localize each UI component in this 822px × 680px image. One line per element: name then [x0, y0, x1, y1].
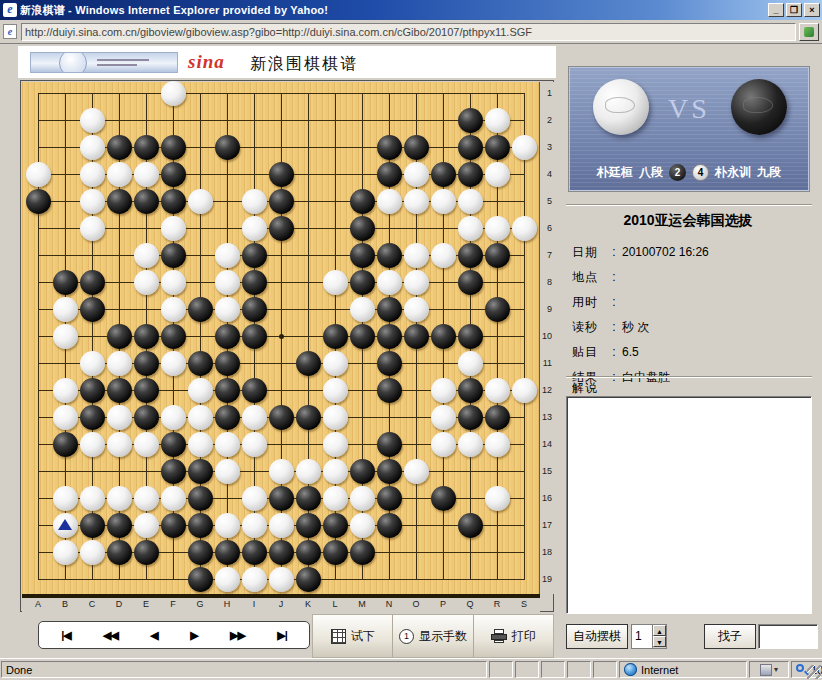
- black-stone-M18: [350, 540, 375, 565]
- white-stone-L12: [323, 378, 348, 403]
- nav-forward-button[interactable]: ▶: [190, 629, 197, 642]
- printer-icon: [491, 629, 507, 643]
- column-labels: ABCDEFGHIJKLMNOPQRS: [22, 598, 540, 612]
- sina-logo: sina: [188, 51, 225, 73]
- row-label-3: 3: [547, 142, 552, 152]
- right-player-name: 朴永训: [715, 164, 751, 181]
- info-value: 秒 次: [622, 315, 649, 340]
- commentary-label: 解说: [572, 380, 598, 397]
- status-cell: [489, 661, 513, 678]
- white-stone-F16: [161, 486, 186, 511]
- black-stone-E18: [134, 540, 159, 565]
- black-score-badge: 2: [669, 164, 686, 181]
- black-stone-R7: [485, 243, 510, 268]
- black-stone-O3: [404, 135, 429, 160]
- column-label-I: I: [253, 599, 256, 609]
- tool-button-strip: 试下 1 显示手数 打印: [312, 614, 554, 658]
- white-stone-R12: [485, 378, 510, 403]
- white-stone-M9: [350, 297, 375, 322]
- row-label-14: 14: [542, 439, 552, 449]
- black-stone-K13: [296, 405, 321, 430]
- row-label-19: 19: [542, 574, 552, 584]
- game-info-list: 日期:20100702 16:26地点:用时:读秒:秒 次贴目:6.5结果:白中…: [572, 240, 812, 390]
- go-button[interactable]: [799, 23, 819, 41]
- game-title: 2010亚运会韩国选拔: [562, 212, 814, 230]
- black-stone-G17: [188, 513, 213, 538]
- black-stone-N16: [377, 486, 402, 511]
- white-stone-J15: [269, 459, 294, 484]
- white-stone-H15: [215, 459, 240, 484]
- try-move-button[interactable]: 试下: [313, 615, 393, 657]
- black-stone-J6: [269, 216, 294, 241]
- black-stone-Q10: [458, 324, 483, 349]
- black-stone-Q13: [458, 405, 483, 430]
- white-stone-O7: [404, 243, 429, 268]
- header-band: sina 新浪围棋棋谱: [18, 46, 556, 78]
- right-player-rank: 九段: [757, 164, 781, 181]
- black-stone-J4: [269, 162, 294, 187]
- move-spinner[interactable]: 1 ▲ ▼: [631, 624, 667, 649]
- find-stone-input[interactable]: [758, 624, 818, 649]
- white-stone-N8: [377, 270, 402, 295]
- column-label-O: O: [412, 599, 419, 609]
- browser-window: e 新浪棋谱 - Windows Internet Explorer provi…: [0, 0, 822, 680]
- maximize-button[interactable]: ❐: [786, 3, 802, 17]
- black-stone-N11: [377, 351, 402, 376]
- column-label-R: R: [494, 599, 501, 609]
- black-stone-Q3: [458, 135, 483, 160]
- white-stone-B12: [53, 378, 78, 403]
- black-stone-P10: [431, 324, 456, 349]
- black-stone-E11: [134, 351, 159, 376]
- show-move-numbers-button[interactable]: 1 显示手数: [393, 615, 473, 657]
- black-stone-F7: [161, 243, 186, 268]
- white-stone-S3: [512, 135, 537, 160]
- number-circle-icon: 1: [399, 629, 414, 644]
- go-icon: [804, 27, 814, 37]
- black-stone-C12: [80, 378, 105, 403]
- banner-image: [30, 52, 178, 73]
- black-stone-M15: [350, 459, 375, 484]
- black-stone-K19: [296, 567, 321, 592]
- white-stone-G13: [188, 405, 213, 430]
- black-stone-N12: [377, 378, 402, 403]
- black-stone-G15: [188, 459, 213, 484]
- white-stone-E16: [134, 486, 159, 511]
- spinner-down-button[interactable]: ▼: [653, 636, 666, 647]
- black-stone-J16: [269, 486, 294, 511]
- left-player-rank: 八段: [639, 164, 663, 181]
- black-stone-F17: [161, 513, 186, 538]
- status-bar: Done Internet ▾ 100% ▾: [0, 658, 822, 680]
- row-label-4: 4: [547, 169, 552, 179]
- column-label-E: E: [143, 599, 149, 609]
- left-player-name: 朴廷桓: [597, 164, 633, 181]
- white-stone-A4: [26, 162, 51, 187]
- ie-logo-icon: e: [3, 3, 17, 17]
- white-stone-P13: [431, 405, 456, 430]
- info-row-读秒: 读秒:秒 次: [572, 315, 812, 340]
- black-stone-R9: [485, 297, 510, 322]
- white-stone-J19: [269, 567, 294, 592]
- white-stone-F1: [161, 81, 186, 106]
- white-stone-G14: [188, 432, 213, 457]
- white-stone-D11: [107, 351, 132, 376]
- black-stone-N10: [377, 324, 402, 349]
- row-label-1: 1: [547, 88, 552, 98]
- black-stone-M7: [350, 243, 375, 268]
- print-button[interactable]: 打印: [474, 615, 553, 657]
- row-label-15: 15: [542, 466, 552, 476]
- divider: [566, 204, 812, 206]
- white-stone-K15: [296, 459, 321, 484]
- white-stone-L16: [323, 486, 348, 511]
- show-move-numbers-label: 显示手数: [419, 628, 467, 645]
- spinner-arrows: ▲ ▼: [652, 625, 666, 648]
- page-icon: e: [3, 24, 17, 39]
- nav-back-button[interactable]: ◀: [150, 629, 157, 642]
- zone-cell[interactable]: ▾: [749, 661, 789, 678]
- black-stone-N14: [377, 432, 402, 457]
- row-label-17: 17: [542, 520, 552, 530]
- black-stone-N4: [377, 162, 402, 187]
- white-stone-O4: [404, 162, 429, 187]
- white-stone-D13: [107, 405, 132, 430]
- white-stone-I17: [242, 513, 267, 538]
- black-stone-E13: [134, 405, 159, 430]
- black-stone-N9: [377, 297, 402, 322]
- row-label-7: 7: [547, 250, 552, 260]
- internet-label: Internet: [641, 664, 678, 676]
- info-value: 6.5: [622, 340, 639, 365]
- row-labels: 12345678910111213141516171819: [540, 82, 554, 594]
- row-label-10: 10: [542, 331, 552, 341]
- white-stone-I5: [242, 189, 267, 214]
- white-stone-C18: [80, 540, 105, 565]
- black-stone-D18: [107, 540, 132, 565]
- info-row-日期: 日期:20100702 16:26: [572, 240, 812, 265]
- black-stone-O10: [404, 324, 429, 349]
- zone-icon: [760, 664, 772, 676]
- black-stone-N7: [377, 243, 402, 268]
- black-stone-I18: [242, 540, 267, 565]
- white-stone-S6: [512, 216, 537, 241]
- white-stone-O15: [404, 459, 429, 484]
- white-score-badge: 4: [692, 164, 709, 181]
- black-stone-L18: [323, 540, 348, 565]
- white-stone-Q14: [458, 432, 483, 457]
- dropdown-arrow-icon: ▾: [774, 665, 778, 674]
- column-label-Q: Q: [466, 599, 473, 609]
- players-row: 朴廷桓 八段 2 4 朴永训 九段: [569, 164, 809, 181]
- black-stone-N3: [377, 135, 402, 160]
- info-row-用时: 用时:: [572, 290, 812, 315]
- black-stone-R3: [485, 135, 510, 160]
- white-stone-D14: [107, 432, 132, 457]
- black-stone-D5: [107, 189, 132, 214]
- hoshi-point: [279, 334, 284, 339]
- row-label-2: 2: [547, 115, 552, 125]
- spinner-up-button[interactable]: ▲: [653, 625, 666, 636]
- black-stone-H10: [215, 324, 240, 349]
- white-stone-R2: [485, 108, 510, 133]
- black-stone-M8: [350, 270, 375, 295]
- column-label-P: P: [440, 599, 446, 609]
- white-stone-E4: [134, 162, 159, 187]
- white-stone-D16: [107, 486, 132, 511]
- minimize-button[interactable]: _: [768, 3, 784, 17]
- black-stone-K11: [296, 351, 321, 376]
- white-stone-L8: [323, 270, 348, 295]
- info-row-地点: 地点:: [572, 265, 812, 290]
- black-stone-G18: [188, 540, 213, 565]
- black-stone-P4: [431, 162, 456, 187]
- column-label-N: N: [386, 599, 393, 609]
- black-stone-G9: [188, 297, 213, 322]
- status-cell: [567, 661, 591, 678]
- commentary-box[interactable]: [566, 396, 812, 614]
- white-stone-P14: [431, 432, 456, 457]
- white-stone-F11: [161, 351, 186, 376]
- black-stone-J13: [269, 405, 294, 430]
- nav-fast-forward-button[interactable]: ▶▶: [230, 629, 245, 642]
- white-stone-F8: [161, 270, 186, 295]
- black-stone-B8: [53, 270, 78, 295]
- spinner-value: 1: [635, 629, 642, 643]
- black-stone-J18: [269, 540, 294, 565]
- white-stone-M16: [350, 486, 375, 511]
- print-label: 打印: [512, 628, 536, 645]
- black-stone-C17: [80, 513, 105, 538]
- page-title: 新浪围棋棋谱: [250, 54, 358, 75]
- black-stone-Q17: [458, 513, 483, 538]
- black-stone-K17: [296, 513, 321, 538]
- white-stone-Q5: [458, 189, 483, 214]
- column-label-B: B: [62, 599, 68, 609]
- black-stone-E10: [134, 324, 159, 349]
- white-stone-B10: [53, 324, 78, 349]
- black-stone-C9: [80, 297, 105, 322]
- white-stone-L14: [323, 432, 348, 457]
- white-stone-E17: [134, 513, 159, 538]
- status-text: Done: [1, 661, 487, 678]
- white-stone-C6: [80, 216, 105, 241]
- black-stone-F15: [161, 459, 186, 484]
- black-stone-K18: [296, 540, 321, 565]
- black-stone-Q8: [458, 270, 483, 295]
- column-label-H: H: [224, 599, 231, 609]
- row-label-12: 12: [542, 385, 552, 395]
- white-stone-C3: [80, 135, 105, 160]
- white-stone-I19: [242, 567, 267, 592]
- black-stone-A5: [26, 189, 51, 214]
- row-label-11: 11: [543, 358, 552, 368]
- black-stone-I9: [242, 297, 267, 322]
- white-stone-L15: [323, 459, 348, 484]
- status-cell: [593, 661, 617, 678]
- white-stone-C2: [80, 108, 105, 133]
- row-label-9: 9: [547, 304, 552, 314]
- white-stone-Q11: [458, 351, 483, 376]
- black-stone-J5: [269, 189, 294, 214]
- column-label-G: G: [196, 599, 203, 609]
- column-label-F: F: [170, 599, 176, 609]
- board-grid-icon: [331, 629, 346, 644]
- black-stone-E3: [134, 135, 159, 160]
- row-label-6: 6: [547, 223, 552, 233]
- white-stone-C14: [80, 432, 105, 457]
- url-input[interactable]: http://duiyi.sina.com.cn/giboview/gibovi…: [21, 23, 796, 41]
- white-stone-Q6: [458, 216, 483, 241]
- white-stone-I14: [242, 432, 267, 457]
- black-stone-E5: [134, 189, 159, 214]
- black-stone-N17: [377, 513, 402, 538]
- resize-grip[interactable]: [807, 665, 821, 679]
- white-stone-L13: [323, 405, 348, 430]
- column-label-D: D: [116, 599, 123, 609]
- black-stone-D17: [107, 513, 132, 538]
- auto-play-button[interactable]: 自动摆棋: [566, 624, 628, 649]
- row-label-13: 13: [542, 412, 552, 422]
- status-cell: [541, 661, 565, 678]
- white-stone-B13: [53, 405, 78, 430]
- column-label-C: C: [89, 599, 96, 609]
- black-stone-C13: [80, 405, 105, 430]
- white-stone-O5: [404, 189, 429, 214]
- white-stone-R16: [485, 486, 510, 511]
- white-stone-C16: [80, 486, 105, 511]
- black-stone-D3: [107, 135, 132, 160]
- white-stone-C5: [80, 189, 105, 214]
- row-label-16: 16: [542, 493, 552, 503]
- white-stone-F9: [161, 297, 186, 322]
- black-stone-K16: [296, 486, 321, 511]
- white-stone-B18: [53, 540, 78, 565]
- white-stone-H8: [215, 270, 240, 295]
- black-stone-I12: [242, 378, 267, 403]
- black-stone-F5: [161, 189, 186, 214]
- nav-first-button[interactable]: |◀: [61, 629, 71, 642]
- status-cell: [515, 661, 539, 678]
- toolbar: |◀◀◀◀▶▶▶▶| 试下 1 显示手数 打印: [20, 614, 554, 658]
- white-stone-N5: [377, 189, 402, 214]
- go-board[interactable]: [22, 82, 540, 594]
- white-stone-J17: [269, 513, 294, 538]
- black-stone-F10: [161, 324, 186, 349]
- black-stone-G16: [188, 486, 213, 511]
- vs-panel: VS 朴廷桓 八段 2 4 朴永训 九段: [568, 66, 810, 192]
- white-stone-O8: [404, 270, 429, 295]
- banner-globe-icon: [59, 52, 87, 73]
- white-stone-P5: [431, 189, 456, 214]
- white-stone-F13: [161, 405, 186, 430]
- black-stone-G11: [188, 351, 213, 376]
- white-stone-R6: [485, 216, 510, 241]
- black-stone-R13: [485, 405, 510, 430]
- black-stone-C8: [80, 270, 105, 295]
- column-label-L: L: [332, 599, 337, 609]
- nav-fast-back-button[interactable]: ◀◀: [103, 629, 118, 642]
- white-stone-D4: [107, 162, 132, 187]
- black-stone-H18: [215, 540, 240, 565]
- column-label-S: S: [521, 599, 527, 609]
- try-move-label: 试下: [351, 628, 375, 645]
- close-button[interactable]: ×: [804, 3, 820, 17]
- white-stone-F6: [161, 216, 186, 241]
- black-stone-E12: [134, 378, 159, 403]
- black-stone-D12: [107, 378, 132, 403]
- white-stone-E14: [134, 432, 159, 457]
- title-bar: e 新浪棋谱 - Windows Internet Explorer provi…: [0, 0, 822, 20]
- white-stone-C11: [80, 351, 105, 376]
- black-stone-Q4: [458, 162, 483, 187]
- go-board-panel: ABCDEFGHIJKLMNOPQRS 12345678910111213141…: [20, 80, 554, 612]
- nav-last-button[interactable]: ▶|: [277, 629, 287, 642]
- black-stone-H12: [215, 378, 240, 403]
- black-stone-L10: [323, 324, 348, 349]
- black-stone-I8: [242, 270, 267, 295]
- black-stone-G19: [188, 567, 213, 592]
- white-stone-G12: [188, 378, 213, 403]
- nav-button-bar: |◀◀◀◀▶▶▶▶|: [38, 621, 310, 649]
- black-stone-Q12: [458, 378, 483, 403]
- row-label-18: 18: [542, 547, 552, 557]
- black-stone-I7: [242, 243, 267, 268]
- white-stone-S12: [512, 378, 537, 403]
- black-player-stone-icon: [731, 79, 787, 135]
- window-title: 新浪棋谱 - Windows Internet Explorer provide…: [20, 3, 766, 18]
- white-stone-P7: [431, 243, 456, 268]
- white-stone-I6: [242, 216, 267, 241]
- white-stone-I13: [242, 405, 267, 430]
- white-stone-I16: [242, 486, 267, 511]
- black-stone-H11: [215, 351, 240, 376]
- column-label-J: J: [279, 599, 284, 609]
- white-stone-B16: [53, 486, 78, 511]
- white-stone-R14: [485, 432, 510, 457]
- black-stone-F4: [161, 162, 186, 187]
- column-label-K: K: [305, 599, 311, 609]
- white-stone-C4: [80, 162, 105, 187]
- white-stone-H9: [215, 297, 240, 322]
- find-stone-button[interactable]: 找子: [704, 624, 756, 649]
- black-stone-M5: [350, 189, 375, 214]
- globe-icon: [624, 663, 637, 676]
- row-label-5: 5: [547, 196, 552, 206]
- divider: [566, 376, 812, 378]
- white-stone-H14: [215, 432, 240, 457]
- black-stone-L17: [323, 513, 348, 538]
- black-stone-H3: [215, 135, 240, 160]
- black-stone-Q7: [458, 243, 483, 268]
- white-stone-M17: [350, 513, 375, 538]
- last-move-triangle-marker: [58, 519, 72, 530]
- white-stone-H19: [215, 567, 240, 592]
- black-stone-D10: [107, 324, 132, 349]
- black-stone-B14: [53, 432, 78, 457]
- column-label-M: M: [358, 599, 366, 609]
- white-stone-H17: [215, 513, 240, 538]
- black-stone-I10: [242, 324, 267, 349]
- black-stone-P16: [431, 486, 456, 511]
- black-stone-Q2: [458, 108, 483, 133]
- black-stone-F14: [161, 432, 186, 457]
- white-stone-P12: [431, 378, 456, 403]
- white-stone-R4: [485, 162, 510, 187]
- black-stone-H13: [215, 405, 240, 430]
- white-stone-B9: [53, 297, 78, 322]
- white-stone-E8: [134, 270, 159, 295]
